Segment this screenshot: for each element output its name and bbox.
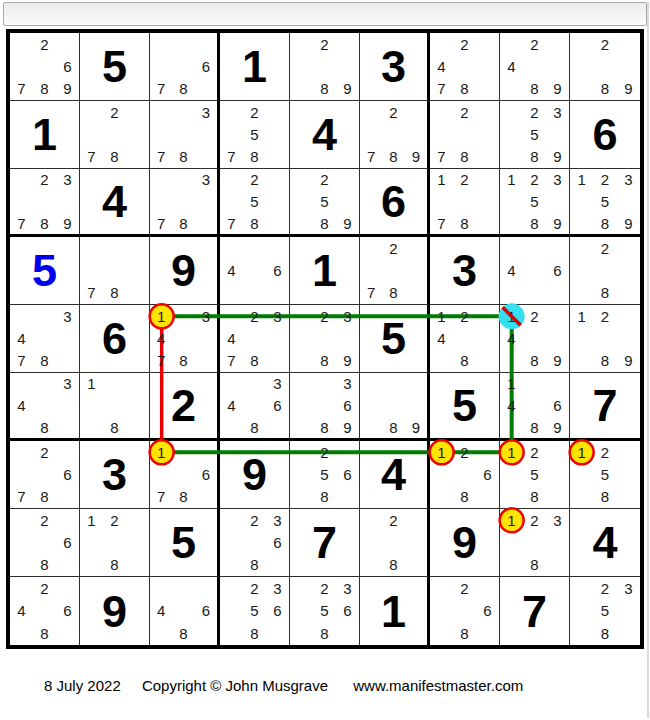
candidate-7: 7 bbox=[430, 212, 453, 234]
candidate-4: 4 bbox=[220, 259, 243, 281]
candidate-2: 2 bbox=[243, 509, 266, 531]
candidate-3: 3 bbox=[617, 577, 640, 600]
candidate-9: 9 bbox=[405, 146, 427, 168]
candidate-8: 8 bbox=[593, 486, 616, 508]
candidate-8: 8 bbox=[593, 212, 616, 234]
candidate-2: 2 bbox=[593, 305, 616, 327]
given-digit: 5 bbox=[80, 33, 149, 100]
cell-r3c5: 2589 bbox=[290, 169, 360, 237]
cell-r7c2: 3 bbox=[80, 441, 150, 509]
candidate-2: 2 bbox=[382, 237, 404, 259]
candidate-8: 8 bbox=[523, 146, 546, 168]
cell-r4c1: 5 bbox=[10, 237, 80, 305]
candidate-8: 8 bbox=[172, 212, 194, 234]
cell-r9c3: 468 bbox=[150, 577, 220, 645]
candidate-3: 3 bbox=[266, 577, 289, 600]
candidate-8: 8 bbox=[453, 486, 476, 508]
candidate-8: 8 bbox=[103, 282, 126, 304]
candidate-8: 8 bbox=[243, 146, 266, 168]
candidate-2: 2 bbox=[33, 169, 56, 191]
candidate-8: 8 bbox=[453, 146, 476, 168]
footer: 8 July 2022 Copyright © John Musgrave ww… bbox=[44, 677, 523, 694]
candidate-3: 3 bbox=[195, 169, 217, 191]
candidate-8: 8 bbox=[313, 486, 336, 508]
candidate-4: 4 bbox=[500, 395, 523, 417]
candidate-8: 8 bbox=[523, 350, 546, 372]
cell-r5c4: 23478 bbox=[220, 305, 290, 373]
candidate-7: 7 bbox=[220, 350, 243, 372]
candidate-5: 5 bbox=[313, 463, 336, 485]
cell-r1c3: 678 bbox=[150, 33, 220, 101]
candidate-6: 6 bbox=[56, 600, 79, 623]
cell-r1c8: 2489 bbox=[500, 33, 570, 101]
candidate-9: 9 bbox=[336, 416, 359, 438]
candidate-8: 8 bbox=[313, 350, 336, 372]
candidate-2: 2 bbox=[313, 33, 336, 55]
candidate-7: 7 bbox=[150, 212, 172, 234]
candidate-9: 9 bbox=[546, 78, 569, 100]
cell-r3c4: 2578 bbox=[220, 169, 290, 237]
candidate-8: 8 bbox=[453, 350, 476, 372]
given-digit: 4 bbox=[360, 441, 427, 508]
candidate-4: 4 bbox=[220, 327, 243, 349]
given-digit: 7 bbox=[500, 577, 569, 645]
candidate-8: 8 bbox=[172, 78, 194, 100]
given-digit: 5 bbox=[430, 373, 499, 438]
candidate-2: 2 bbox=[313, 305, 336, 327]
cell-r1c4: 1 bbox=[220, 33, 290, 101]
candidate-9: 9 bbox=[56, 212, 79, 234]
cell-r9c7: 268 bbox=[430, 577, 500, 645]
cell-r5c8: 12489 bbox=[500, 305, 570, 373]
candidate-6: 6 bbox=[195, 463, 217, 485]
given-digit: 4 bbox=[290, 101, 359, 168]
cell-r2c2: 278 bbox=[80, 101, 150, 169]
candidate-4: 4 bbox=[150, 327, 172, 349]
cell-r1c5: 289 bbox=[290, 33, 360, 101]
placed-digit: 5 bbox=[10, 237, 79, 304]
candidate-6: 6 bbox=[266, 600, 289, 623]
candidate-9: 9 bbox=[546, 146, 569, 168]
candidate-1: 1 bbox=[500, 509, 523, 531]
candidate-8: 8 bbox=[313, 416, 336, 438]
candidate-2: 2 bbox=[523, 101, 546, 123]
candidate-5: 5 bbox=[313, 600, 336, 623]
candidate-3: 3 bbox=[56, 305, 79, 327]
cell-r3c2: 4 bbox=[80, 169, 150, 237]
candidate-4: 4 bbox=[10, 395, 33, 417]
cell-r7c5: 2568 bbox=[290, 441, 360, 509]
candidate-6: 6 bbox=[546, 259, 569, 281]
cell-r4c2: 78 bbox=[80, 237, 150, 305]
candidate-7: 7 bbox=[430, 78, 453, 100]
candidate-3: 3 bbox=[195, 305, 217, 327]
candidate-3: 3 bbox=[56, 373, 79, 395]
given-digit: 6 bbox=[360, 169, 427, 234]
candidate-1: 1 bbox=[570, 441, 593, 463]
candidate-8: 8 bbox=[103, 416, 126, 438]
candidate-1: 1 bbox=[500, 373, 523, 395]
footer-date: 8 July 2022 bbox=[44, 677, 121, 694]
candidate-8: 8 bbox=[523, 416, 546, 438]
cell-r1c6: 3 bbox=[360, 33, 430, 101]
cell-r5c7: 1248 bbox=[430, 305, 500, 373]
candidate-2: 2 bbox=[523, 441, 546, 463]
candidate-2: 2 bbox=[453, 305, 476, 327]
cell-r5c1: 3478 bbox=[10, 305, 80, 373]
given-digit: 1 bbox=[360, 577, 427, 645]
cell-r6c2: 18 bbox=[80, 373, 150, 441]
given-digit: 3 bbox=[360, 33, 427, 100]
cell-r9c9: 2358 bbox=[570, 577, 640, 645]
candidate-2: 2 bbox=[593, 33, 616, 55]
candidate-2: 2 bbox=[593, 237, 616, 259]
cell-r4c9: 28 bbox=[570, 237, 640, 305]
candidate-2: 2 bbox=[243, 577, 266, 600]
candidate-7: 7 bbox=[220, 146, 243, 168]
cell-r2c3: 378 bbox=[150, 101, 220, 169]
candidate-2: 2 bbox=[453, 33, 476, 55]
cell-r2c6: 2789 bbox=[360, 101, 430, 169]
candidate-3: 3 bbox=[617, 169, 640, 191]
candidate-2: 2 bbox=[453, 577, 476, 600]
candidate-9: 9 bbox=[336, 350, 359, 372]
candidate-2: 2 bbox=[313, 169, 336, 191]
cell-r9c1: 2468 bbox=[10, 577, 80, 645]
cell-r1c7: 2478 bbox=[430, 33, 500, 101]
cell-r7c4: 9 bbox=[220, 441, 290, 509]
candidate-4: 4 bbox=[150, 600, 172, 623]
candidate-2: 2 bbox=[523, 509, 546, 531]
candidate-9: 9 bbox=[617, 350, 640, 372]
candidate-1: 1 bbox=[570, 169, 593, 191]
candidate-5: 5 bbox=[593, 463, 616, 485]
candidate-6: 6 bbox=[266, 395, 289, 417]
candidate-6: 6 bbox=[476, 600, 499, 623]
candidate-6: 6 bbox=[266, 531, 289, 553]
candidate-8: 8 bbox=[172, 486, 194, 508]
cell-r3c3: 378 bbox=[150, 169, 220, 237]
candidate-2: 2 bbox=[243, 305, 266, 327]
candidate-8: 8 bbox=[313, 212, 336, 234]
cell-r2c7: 278 bbox=[430, 101, 500, 169]
candidate-2: 2 bbox=[243, 169, 266, 191]
candidate-6: 6 bbox=[336, 395, 359, 417]
candidate-8: 8 bbox=[523, 78, 546, 100]
given-digit: 9 bbox=[430, 509, 499, 576]
candidate-1: 1 bbox=[80, 509, 103, 531]
cell-r6c1: 348 bbox=[10, 373, 80, 441]
candidate-8: 8 bbox=[453, 212, 476, 234]
candidate-4: 4 bbox=[10, 600, 33, 623]
given-digit: 1 bbox=[290, 237, 359, 304]
cell-r4c6: 278 bbox=[360, 237, 430, 305]
candidate-6: 6 bbox=[546, 395, 569, 417]
candidate-4: 4 bbox=[430, 327, 453, 349]
candidate-2: 2 bbox=[313, 577, 336, 600]
candidate-2: 2 bbox=[33, 441, 56, 463]
candidate-6: 6 bbox=[56, 463, 79, 485]
cell-r6c5: 3689 bbox=[290, 373, 360, 441]
candidate-9: 9 bbox=[56, 78, 79, 100]
candidate-9: 9 bbox=[336, 78, 359, 100]
candidate-9: 9 bbox=[405, 416, 427, 438]
cell-r7c6: 4 bbox=[360, 441, 430, 509]
candidate-8: 8 bbox=[243, 350, 266, 372]
candidate-5: 5 bbox=[243, 600, 266, 623]
cell-r6c7: 5 bbox=[430, 373, 500, 441]
candidate-2: 2 bbox=[33, 509, 56, 531]
cell-r8c4: 2368 bbox=[220, 509, 290, 577]
candidate-2: 2 bbox=[523, 33, 546, 55]
cell-r2c9: 6 bbox=[570, 101, 640, 169]
cell-r6c3: 2 bbox=[150, 373, 220, 441]
candidate-3: 3 bbox=[336, 305, 359, 327]
cell-r3c1: 23789 bbox=[10, 169, 80, 237]
candidate-9: 9 bbox=[336, 212, 359, 234]
cell-r2c1: 1 bbox=[10, 101, 80, 169]
candidate-7: 7 bbox=[430, 146, 453, 168]
candidate-8: 8 bbox=[243, 416, 266, 438]
candidate-3: 3 bbox=[546, 169, 569, 191]
candidate-8: 8 bbox=[33, 416, 56, 438]
cell-r3c9: 123589 bbox=[570, 169, 640, 237]
cell-r5c3: 13478 bbox=[150, 305, 220, 373]
given-digit: 7 bbox=[570, 373, 640, 438]
cell-r1c2: 5 bbox=[80, 33, 150, 101]
cell-r6c4: 3468 bbox=[220, 373, 290, 441]
given-digit: 3 bbox=[80, 441, 149, 508]
sudoku-board-frame: 2678956781289324782489289127837825784278… bbox=[6, 29, 644, 649]
given-digit: 9 bbox=[150, 237, 217, 304]
candidate-5: 5 bbox=[523, 463, 546, 485]
candidate-6: 6 bbox=[336, 463, 359, 485]
candidate-6: 6 bbox=[476, 463, 499, 485]
candidate-1: 1 bbox=[500, 169, 523, 191]
candidate-2: 2 bbox=[453, 101, 476, 123]
candidate-8: 8 bbox=[33, 78, 56, 100]
candidate-9: 9 bbox=[617, 78, 640, 100]
candidate-2: 2 bbox=[593, 577, 616, 600]
candidate-7: 7 bbox=[10, 212, 33, 234]
candidate-2: 2 bbox=[523, 169, 546, 191]
candidate-3: 3 bbox=[336, 373, 359, 395]
cell-r4c3: 9 bbox=[150, 237, 220, 305]
candidate-8: 8 bbox=[172, 622, 194, 645]
candidate-3: 3 bbox=[56, 169, 79, 191]
candidate-8: 8 bbox=[593, 282, 616, 304]
cell-r9c2: 9 bbox=[80, 577, 150, 645]
cell-r1c9: 289 bbox=[570, 33, 640, 101]
candidate-5: 5 bbox=[523, 191, 546, 213]
given-digit: 4 bbox=[80, 169, 149, 234]
candidate-8: 8 bbox=[103, 146, 126, 168]
candidate-2: 2 bbox=[33, 577, 56, 600]
cell-r5c2: 6 bbox=[80, 305, 150, 373]
cell-r3c7: 1278 bbox=[430, 169, 500, 237]
candidate-7: 7 bbox=[80, 282, 103, 304]
candidate-7: 7 bbox=[220, 212, 243, 234]
candidate-2: 2 bbox=[523, 305, 546, 327]
candidate-4: 4 bbox=[500, 55, 523, 77]
cell-r8c8: 1238 bbox=[500, 509, 570, 577]
cell-r8c1: 268 bbox=[10, 509, 80, 577]
candidate-6: 6 bbox=[336, 600, 359, 623]
cell-r3c6: 6 bbox=[360, 169, 430, 237]
candidate-8: 8 bbox=[103, 554, 126, 576]
candidate-8: 8 bbox=[593, 622, 616, 645]
cell-r8c3: 5 bbox=[150, 509, 220, 577]
cell-r6c8: 14689 bbox=[500, 373, 570, 441]
candidate-4: 4 bbox=[10, 327, 33, 349]
candidate-6: 6 bbox=[195, 600, 217, 623]
candidate-1: 1 bbox=[150, 305, 172, 327]
cell-r4c5: 1 bbox=[290, 237, 360, 305]
candidate-6: 6 bbox=[266, 259, 289, 281]
candidate-8: 8 bbox=[382, 554, 404, 576]
candidate-7: 7 bbox=[150, 146, 172, 168]
candidate-4: 4 bbox=[500, 259, 523, 281]
given-digit: 1 bbox=[10, 101, 79, 168]
candidate-3: 3 bbox=[266, 373, 289, 395]
cell-r8c5: 7 bbox=[290, 509, 360, 577]
candidate-9: 9 bbox=[617, 212, 640, 234]
given-digit: 7 bbox=[290, 509, 359, 576]
candidate-5: 5 bbox=[593, 191, 616, 213]
candidate-8: 8 bbox=[33, 350, 56, 372]
candidate-7: 7 bbox=[360, 282, 382, 304]
candidate-8: 8 bbox=[382, 416, 404, 438]
cell-r7c7: 1268 bbox=[430, 441, 500, 509]
candidate-8: 8 bbox=[33, 554, 56, 576]
candidate-1: 1 bbox=[570, 305, 593, 327]
candidate-8: 8 bbox=[453, 78, 476, 100]
candidate-2: 2 bbox=[593, 441, 616, 463]
candidate-8: 8 bbox=[172, 146, 194, 168]
candidate-1: 1 bbox=[150, 441, 172, 463]
candidate-8: 8 bbox=[33, 212, 56, 234]
candidate-1: 1 bbox=[430, 305, 453, 327]
candidate-7: 7 bbox=[150, 486, 172, 508]
candidate-7: 7 bbox=[10, 350, 33, 372]
candidate-8: 8 bbox=[593, 350, 616, 372]
candidate-8: 8 bbox=[313, 622, 336, 645]
candidate-3: 3 bbox=[266, 305, 289, 327]
candidate-3: 3 bbox=[266, 509, 289, 531]
candidate-8: 8 bbox=[593, 78, 616, 100]
candidate-7: 7 bbox=[10, 486, 33, 508]
candidate-2: 2 bbox=[382, 509, 404, 531]
given-digit: 9 bbox=[220, 441, 289, 508]
candidate-7: 7 bbox=[10, 78, 33, 100]
candidate-7: 7 bbox=[360, 146, 382, 168]
cell-r7c1: 2678 bbox=[10, 441, 80, 509]
cell-r1c1: 26789 bbox=[10, 33, 80, 101]
candidate-3: 3 bbox=[195, 101, 217, 123]
candidate-7: 7 bbox=[150, 78, 172, 100]
candidate-8: 8 bbox=[33, 622, 56, 645]
cell-r8c2: 128 bbox=[80, 509, 150, 577]
cell-r8c7: 9 bbox=[430, 509, 500, 577]
candidate-6: 6 bbox=[56, 531, 79, 553]
candidate-1: 1 bbox=[80, 373, 103, 395]
cell-r5c9: 1289 bbox=[570, 305, 640, 373]
cell-r5c5: 2389 bbox=[290, 305, 360, 373]
cell-r7c3: 1678 bbox=[150, 441, 220, 509]
footer-site: www.manifestmaster.com bbox=[353, 677, 523, 694]
candidate-3: 3 bbox=[336, 577, 359, 600]
cell-r6c6: 89 bbox=[360, 373, 430, 441]
candidate-5: 5 bbox=[243, 191, 266, 213]
candidate-4: 4 bbox=[220, 395, 243, 417]
candidate-2: 2 bbox=[453, 169, 476, 191]
candidate-8: 8 bbox=[523, 486, 546, 508]
cell-r9c6: 1 bbox=[360, 577, 430, 645]
candidate-7: 7 bbox=[150, 350, 172, 372]
cell-r9c5: 23568 bbox=[290, 577, 360, 645]
candidate-8: 8 bbox=[33, 486, 56, 508]
cell-r2c5: 4 bbox=[290, 101, 360, 169]
candidate-4: 4 bbox=[430, 55, 453, 77]
cell-r9c8: 7 bbox=[500, 577, 570, 645]
candidate-5: 5 bbox=[313, 191, 336, 213]
candidate-5: 5 bbox=[593, 600, 616, 623]
cell-r3c8: 123589 bbox=[500, 169, 570, 237]
candidate-6: 6 bbox=[56, 55, 79, 77]
candidate-8: 8 bbox=[313, 78, 336, 100]
given-digit: 6 bbox=[80, 305, 149, 372]
candidate-9: 9 bbox=[546, 416, 569, 438]
cell-r4c4: 46 bbox=[220, 237, 290, 305]
given-digit: 5 bbox=[150, 509, 217, 576]
candidate-1: 1 bbox=[430, 441, 453, 463]
candidate-2: 2 bbox=[33, 33, 56, 55]
candidate-7: 7 bbox=[80, 146, 103, 168]
cell-r4c8: 46 bbox=[500, 237, 570, 305]
candidate-8: 8 bbox=[243, 212, 266, 234]
footer-copyright: Copyright © John Musgrave bbox=[142, 677, 328, 694]
candidate-8: 8 bbox=[523, 212, 546, 234]
given-digit: 9 bbox=[80, 577, 149, 645]
cell-r8c9: 4 bbox=[570, 509, 640, 577]
candidate-3: 3 bbox=[546, 101, 569, 123]
candidate-9: 9 bbox=[546, 350, 569, 372]
candidate-1: 1 bbox=[500, 441, 523, 463]
given-digit: 5 bbox=[360, 305, 427, 372]
candidate-2: 2 bbox=[243, 101, 266, 123]
candidate-8: 8 bbox=[523, 554, 546, 576]
cell-r2c4: 2578 bbox=[220, 101, 290, 169]
given-digit: 2 bbox=[150, 373, 217, 438]
candidate-1: 1 bbox=[430, 169, 453, 191]
candidate-2: 2 bbox=[453, 441, 476, 463]
candidate-3: 3 bbox=[546, 509, 569, 531]
candidate-1: 1 bbox=[500, 305, 523, 327]
sudoku-board: 2678956781289324782489289127837825784278… bbox=[10, 33, 640, 645]
candidate-4: 4 bbox=[500, 327, 523, 349]
given-digit: 3 bbox=[430, 237, 499, 304]
candidate-5: 5 bbox=[243, 123, 266, 145]
candidate-2: 2 bbox=[313, 441, 336, 463]
cell-r6c9: 7 bbox=[570, 373, 640, 441]
window-right-edge bbox=[647, 2, 649, 718]
given-digit: 6 bbox=[570, 101, 640, 168]
cell-r7c9: 1258 bbox=[570, 441, 640, 509]
cell-r4c7: 3 bbox=[430, 237, 500, 305]
candidate-8: 8 bbox=[243, 554, 266, 576]
cell-r7c8: 1258 bbox=[500, 441, 570, 509]
candidate-8: 8 bbox=[382, 282, 404, 304]
